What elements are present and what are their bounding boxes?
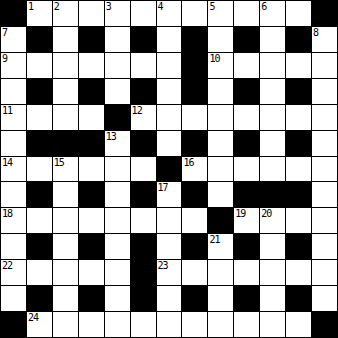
black-cell-r2c7: [182, 53, 207, 78]
cell-r8c12[interactable]: [312, 208, 337, 233]
cell-r12c3[interactable]: [79, 312, 104, 337]
cell-r9c12[interactable]: [312, 234, 337, 259]
black-cell-r7c10: [260, 182, 285, 207]
clue-number-18: 18: [2, 208, 12, 219]
cell-r6c10[interactable]: [260, 157, 285, 182]
black-cell-r11c11: [286, 286, 311, 311]
cell-r4c8[interactable]: [208, 105, 233, 130]
black-cell-r12c12: [312, 312, 337, 337]
black-cell-r4c4: [105, 105, 130, 130]
cell-r6c11[interactable]: [286, 157, 311, 182]
black-cell-r7c11: [286, 182, 311, 207]
clue-number-16: 16: [183, 157, 193, 168]
cell-r7c4[interactable]: [105, 182, 130, 207]
cell-r4c5[interactable]: 12: [131, 105, 156, 130]
cell-r9c2[interactable]: [53, 234, 78, 259]
black-cell-r5c5: [131, 131, 156, 156]
cell-r11c4[interactable]: [105, 286, 130, 311]
cell-r8c5[interactable]: [131, 208, 156, 233]
cell-r0c2[interactable]: 2: [53, 1, 78, 26]
clue-number-20: 20: [261, 208, 271, 219]
cell-r3c4[interactable]: [105, 79, 130, 104]
cell-r0c5[interactable]: [131, 1, 156, 26]
cell-r5c0[interactable]: [1, 131, 26, 156]
black-cell-r3c7: [182, 79, 207, 104]
clue-number-19: 19: [235, 208, 245, 219]
black-cell-r7c1: [27, 182, 52, 207]
cell-r2c4[interactable]: [105, 53, 130, 78]
cell-r12c2[interactable]: [53, 312, 78, 337]
clue-number-17: 17: [158, 182, 168, 193]
black-cell-r5c1: [27, 131, 52, 156]
cell-r12c6[interactable]: [157, 312, 182, 337]
cell-r4c10[interactable]: [260, 105, 285, 130]
cell-r6c0[interactable]: 14: [1, 157, 26, 182]
cell-r12c8[interactable]: [208, 312, 233, 337]
cell-r8c6[interactable]: [157, 208, 182, 233]
black-cell-r9c1: [27, 234, 52, 259]
cell-r3c6[interactable]: [157, 79, 182, 104]
cell-r12c9[interactable]: [234, 312, 259, 337]
cell-r2c6[interactable]: [157, 53, 182, 78]
cell-r11c6[interactable]: [157, 286, 182, 311]
clue-number-3: 3: [106, 1, 111, 12]
black-cell-r7c5: [131, 182, 156, 207]
cell-r3c8[interactable]: [208, 79, 233, 104]
cell-r1c0[interactable]: 7: [1, 27, 26, 52]
black-cell-r1c5: [131, 27, 156, 52]
black-cell-r11c5: [131, 286, 156, 311]
cell-r12c5[interactable]: [131, 312, 156, 337]
cell-r0c1[interactable]: 1: [27, 1, 52, 26]
cell-r7c0[interactable]: [1, 182, 26, 207]
cell-r6c5[interactable]: [131, 157, 156, 182]
cell-r10c1[interactable]: [27, 260, 52, 285]
cell-r7c8[interactable]: [208, 182, 233, 207]
cell-r1c8[interactable]: [208, 27, 233, 52]
cell-r10c3[interactable]: [79, 260, 104, 285]
clue-number-24: 24: [28, 312, 38, 323]
black-cell-r1c1: [27, 27, 52, 52]
cell-r7c12[interactable]: [312, 182, 337, 207]
cell-r0c11[interactable]: [286, 1, 311, 26]
cell-r11c12[interactable]: [312, 286, 337, 311]
cell-r12c11[interactable]: [286, 312, 311, 337]
clue-number-10: 10: [209, 53, 219, 64]
cell-r4c7[interactable]: [182, 105, 207, 130]
cell-r0c7[interactable]: [182, 1, 207, 26]
clue-number-5: 5: [209, 1, 214, 12]
clue-number-2: 2: [54, 1, 59, 12]
clue-number-6: 6: [261, 1, 266, 12]
black-cell-r12c0: [1, 312, 26, 337]
clue-number-23: 23: [158, 260, 168, 271]
cell-r12c1[interactable]: 24: [27, 312, 52, 337]
cell-r2c0[interactable]: 9: [1, 53, 26, 78]
clue-number-4: 4: [158, 1, 163, 12]
cell-r10c6[interactable]: 23: [157, 260, 182, 285]
cell-r7c6[interactable]: 17: [157, 182, 182, 207]
crossword-grid: 123456789101112131415161718192021222324: [0, 0, 338, 338]
cell-r2c10[interactable]: [260, 53, 285, 78]
cell-r5c8[interactable]: [208, 131, 233, 156]
cell-r6c2[interactable]: 15: [53, 157, 78, 182]
clue-number-14: 14: [2, 157, 12, 168]
clue-number-21: 21: [209, 234, 219, 245]
cell-r8c11[interactable]: [286, 208, 311, 233]
cell-r8c1[interactable]: [27, 208, 52, 233]
cell-r2c5[interactable]: [131, 53, 156, 78]
cell-r3c2[interactable]: [53, 79, 78, 104]
black-cell-r11c7: [182, 286, 207, 311]
cell-r4c9[interactable]: [234, 105, 259, 130]
black-cell-r3c9: [234, 79, 259, 104]
cell-r10c10[interactable]: [260, 260, 285, 285]
cell-r2c12[interactable]: [312, 53, 337, 78]
cell-r11c2[interactable]: [53, 286, 78, 311]
cell-r10c0[interactable]: 22: [1, 260, 26, 285]
cell-r0c9[interactable]: [234, 1, 259, 26]
black-cell-r3c5: [131, 79, 156, 104]
cell-r9c10[interactable]: [260, 234, 285, 259]
clue-number-11: 11: [2, 105, 12, 116]
cell-r0c4[interactable]: 3: [105, 1, 130, 26]
black-cell-r1c9: [234, 27, 259, 52]
cell-r10c9[interactable]: [234, 260, 259, 285]
black-cell-r6c6: [157, 157, 182, 182]
black-cell-r11c3: [79, 286, 104, 311]
black-cell-r5c11: [286, 131, 311, 156]
cell-r3c10[interactable]: [260, 79, 285, 104]
black-cell-r3c11: [286, 79, 311, 104]
cell-r8c2[interactable]: [53, 208, 78, 233]
cell-r4c6[interactable]: [157, 105, 182, 130]
black-cell-r9c7: [182, 234, 207, 259]
cell-r2c8[interactable]: 10: [208, 53, 233, 78]
black-cell-r7c7: [182, 182, 207, 207]
cell-r1c4[interactable]: [105, 27, 130, 52]
cell-r10c7[interactable]: [182, 260, 207, 285]
cell-r6c12[interactable]: [312, 157, 337, 182]
cell-r7c2[interactable]: [53, 182, 78, 207]
cell-r4c11[interactable]: [286, 105, 311, 130]
cell-r4c12[interactable]: [312, 105, 337, 130]
clue-number-13: 13: [106, 131, 116, 142]
cell-r8c4[interactable]: [105, 208, 130, 233]
cell-r0c3[interactable]: [79, 1, 104, 26]
cell-r11c0[interactable]: [1, 286, 26, 311]
cell-r8c3[interactable]: [79, 208, 104, 233]
black-cell-r1c7: [182, 27, 207, 52]
cell-r6c7[interactable]: 16: [182, 157, 207, 182]
cell-r9c0[interactable]: [1, 234, 26, 259]
cell-r8c7[interactable]: [182, 208, 207, 233]
black-cell-r7c9: [234, 182, 259, 207]
black-cell-r11c9: [234, 286, 259, 311]
cell-r6c1[interactable]: [27, 157, 52, 182]
cell-r4c3[interactable]: [79, 105, 104, 130]
black-cell-r11c1: [27, 286, 52, 311]
cell-r10c12[interactable]: [312, 260, 337, 285]
clue-number-12: 12: [132, 105, 142, 116]
cell-r2c2[interactable]: [53, 53, 78, 78]
cell-r6c9[interactable]: [234, 157, 259, 182]
cell-r9c8[interactable]: 21: [208, 234, 233, 259]
cell-r10c4[interactable]: [105, 260, 130, 285]
cell-r1c10[interactable]: [260, 27, 285, 52]
clue-number-15: 15: [54, 157, 64, 168]
cell-r9c6[interactable]: [157, 234, 182, 259]
cell-r2c3[interactable]: [79, 53, 104, 78]
cell-r6c3[interactable]: [79, 157, 104, 182]
clue-number-22: 22: [2, 260, 12, 271]
cell-r12c4[interactable]: [105, 312, 130, 337]
cell-r3c0[interactable]: [1, 79, 26, 104]
cell-r0c6[interactable]: 4: [157, 1, 182, 26]
clue-number-1: 1: [28, 1, 33, 12]
cell-r8c9[interactable]: 19: [234, 208, 259, 233]
black-cell-r1c11: [286, 27, 311, 52]
black-cell-r5c3: [79, 131, 104, 156]
cell-r11c10[interactable]: [260, 286, 285, 311]
cell-r3c12[interactable]: [312, 79, 337, 104]
cell-r10c2[interactable]: [53, 260, 78, 285]
black-cell-r1c3: [79, 27, 104, 52]
black-cell-r8c8: [208, 208, 233, 233]
cell-r8c10[interactable]: 20: [260, 208, 285, 233]
cell-r2c1[interactable]: [27, 53, 52, 78]
black-cell-r9c5: [131, 234, 156, 259]
black-cell-r3c3: [79, 79, 104, 104]
cell-r5c10[interactable]: [260, 131, 285, 156]
black-cell-r5c9: [234, 131, 259, 156]
cell-r10c8[interactable]: [208, 260, 233, 285]
cell-r1c2[interactable]: [53, 27, 78, 52]
cell-r11c8[interactable]: [208, 286, 233, 311]
cell-r6c4[interactable]: [105, 157, 130, 182]
cell-r4c1[interactable]: [27, 105, 52, 130]
black-cell-r0c12: [312, 1, 337, 26]
black-cell-r9c9: [234, 234, 259, 259]
cell-r0c8[interactable]: 5: [208, 1, 233, 26]
cell-r1c12[interactable]: 8: [312, 27, 337, 52]
cell-r4c0[interactable]: 11: [1, 105, 26, 130]
clue-number-9: 9: [2, 53, 7, 64]
clue-number-7: 7: [2, 27, 7, 38]
black-cell-r10c5: [131, 260, 156, 285]
black-cell-r0c0: [1, 1, 26, 26]
cell-r6c8[interactable]: [208, 157, 233, 182]
cell-r8c0[interactable]: 18: [1, 208, 26, 233]
black-cell-r9c3: [79, 234, 104, 259]
cell-r5c12[interactable]: [312, 131, 337, 156]
cell-r4c2[interactable]: [53, 105, 78, 130]
cell-r12c7[interactable]: [182, 312, 207, 337]
black-cell-r3c1: [27, 79, 52, 104]
cell-r5c6[interactable]: [157, 131, 182, 156]
black-cell-r5c2: [53, 131, 78, 156]
clue-number-8: 8: [313, 27, 318, 38]
cell-r2c11[interactable]: [286, 53, 311, 78]
black-cell-r7c3: [79, 182, 104, 207]
cell-r0c10[interactable]: 6: [260, 1, 285, 26]
cell-r1c6[interactable]: [157, 27, 182, 52]
cell-r2c9[interactable]: [234, 53, 259, 78]
cell-r12c10[interactable]: [260, 312, 285, 337]
cell-r10c11[interactable]: [286, 260, 311, 285]
black-cell-r5c7: [182, 131, 207, 156]
cell-r5c4[interactable]: 13: [105, 131, 130, 156]
black-cell-r9c11: [286, 234, 311, 259]
cell-r9c4[interactable]: [105, 234, 130, 259]
